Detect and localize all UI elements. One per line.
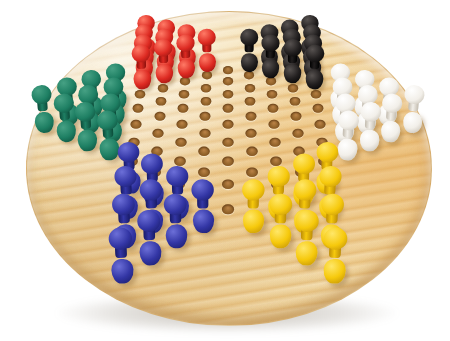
board-hole[interactable] [178,104,189,112]
board-hole[interactable] [223,66,233,74]
peg-head [108,227,132,250]
peg-head [403,84,425,105]
peg-base [305,70,323,90]
peg-base [165,225,187,249]
peg-base [110,258,133,284]
peg-head [337,110,359,131]
peg-head [360,101,382,122]
peg-blue[interactable] [190,179,215,233]
peg-base [283,64,301,84]
peg-blue[interactable] [163,194,189,249]
peg-head [117,141,139,162]
board-hole[interactable] [223,77,233,85]
board-hole[interactable] [292,128,303,137]
board-hole[interactable] [200,97,211,105]
board-hole[interactable] [135,90,145,98]
peg-base [261,58,279,77]
board-hole[interactable] [158,84,168,92]
peg-head [316,141,338,162]
peg-head [269,194,292,216]
board-hole[interactable] [245,97,256,105]
peg-head [74,101,96,122]
board-hole[interactable] [223,90,233,98]
peg-head [176,34,195,52]
peg-head [139,179,162,201]
peg-blue[interactable] [107,227,135,284]
peg-red[interactable] [175,34,196,78]
board-hole[interactable] [222,179,234,188]
peg-head [261,34,280,52]
board-hole[interactable] [180,77,190,85]
peg-red[interactable] [130,44,152,90]
chinese-checkers-board [26,11,432,326]
peg-base [240,53,257,72]
board-hole[interactable] [244,71,254,79]
peg-base [77,129,98,152]
peg-black[interactable] [260,34,281,78]
peg-base [155,64,173,84]
peg-head [131,45,150,63]
board-hole[interactable] [156,97,167,105]
peg-base [380,120,401,143]
board-hole[interactable] [198,168,210,177]
peg-base [295,241,318,266]
peg-head [321,194,345,217]
board-hole[interactable] [154,112,165,120]
peg-red[interactable] [153,39,175,84]
board-hole[interactable] [246,128,257,137]
peg-head [382,92,404,113]
board-hole[interactable] [202,71,212,79]
board-hole[interactable] [288,84,298,92]
board-hole[interactable] [245,112,256,120]
peg-base [55,120,76,143]
board-hole[interactable] [222,157,234,166]
peg-head [240,29,258,46]
peg-black[interactable] [282,39,304,84]
peg-head [323,227,347,250]
peg-base [198,53,215,72]
peg-head [191,179,214,201]
peg-head [283,39,302,57]
peg-head [268,166,291,188]
peg-head [31,84,53,105]
board-hole[interactable] [270,157,282,166]
peg-head [164,194,187,216]
peg-head [154,39,173,57]
peg-green[interactable] [73,101,99,152]
board-hole[interactable] [179,90,189,98]
board-hole[interactable] [222,137,233,146]
peg-base [358,129,379,152]
peg-white[interactable] [400,84,426,134]
board-hole[interactable] [201,84,211,92]
peg-yellow[interactable] [320,227,348,284]
peg-white[interactable] [379,92,405,142]
board-hole[interactable] [222,204,234,213]
board-hole[interactable] [200,112,211,120]
peg-red[interactable] [197,29,217,73]
peg-base [269,225,291,249]
peg-base [192,210,214,234]
peg-head [53,92,75,113]
peg-head [137,210,161,233]
peg-base [133,70,151,90]
peg-black[interactable] [304,44,326,90]
peg-base [138,241,161,266]
peg-base [34,111,55,134]
peg-yellow[interactable] [267,194,293,249]
board-hole[interactable] [289,97,300,105]
peg-base [177,58,195,77]
board-hole[interactable] [267,90,277,98]
peg-head [292,153,315,174]
peg-yellow[interactable] [293,210,320,266]
board-hole[interactable] [223,120,234,129]
peg-head [97,110,119,131]
peg-blue[interactable] [135,210,162,266]
board-hole[interactable] [291,112,302,120]
board-hole[interactable] [312,104,323,112]
peg-white[interactable] [357,101,383,152]
board-hole[interactable] [153,128,164,137]
board-hole[interactable] [199,128,210,137]
peg-head [166,166,189,188]
board-hole[interactable] [266,77,276,85]
board-hole[interactable] [246,168,258,177]
peg-black[interactable] [239,29,259,73]
board-hole[interactable] [199,147,210,156]
board-hole[interactable] [177,120,188,129]
peg-base [322,258,345,284]
board-hole[interactable] [175,137,186,146]
peg-head [319,166,342,188]
peg-head [243,179,266,201]
photo-stage [0,0,450,341]
board-hole[interactable] [268,104,279,112]
peg-head [296,210,320,233]
board-hole[interactable] [268,120,279,129]
peg-head [306,45,325,63]
board-hole[interactable] [314,120,325,129]
peg-head [141,153,164,174]
board-hole[interactable] [223,104,234,112]
board-hole[interactable] [311,90,321,98]
board-hole[interactable] [174,157,186,166]
board-hole[interactable] [246,147,257,156]
peg-head [198,29,216,46]
peg-base [243,210,265,234]
peg-head [114,166,137,188]
board-hole[interactable] [245,84,255,92]
peg-head [111,194,135,217]
board-hole[interactable] [133,104,144,112]
peg-base [401,111,422,134]
board-hole[interactable] [269,137,280,146]
peg-head [294,179,317,201]
peg-yellow[interactable] [241,179,266,233]
board-hole[interactable] [131,120,142,129]
